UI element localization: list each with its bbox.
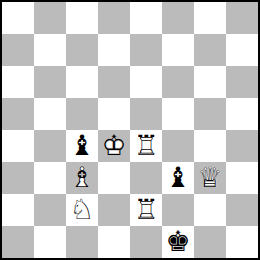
white-queen: ♛♕ xyxy=(194,162,226,194)
square-h2[interactable] xyxy=(226,194,258,226)
white-rook: ♜♖ xyxy=(130,194,162,226)
square-a6[interactable] xyxy=(2,66,34,98)
square-h4[interactable] xyxy=(226,130,258,162)
square-h6[interactable] xyxy=(226,66,258,98)
square-e3[interactable] xyxy=(130,162,162,194)
square-f3[interactable]: ♝ xyxy=(162,162,194,194)
square-c2[interactable]: ♞♘ xyxy=(66,194,98,226)
black-bishop: ♝ xyxy=(162,162,194,194)
square-f2[interactable] xyxy=(162,194,194,226)
square-f6[interactable] xyxy=(162,66,194,98)
square-g3[interactable]: ♛♕ xyxy=(194,162,226,194)
square-a7[interactable] xyxy=(2,34,34,66)
black-king: ♚ xyxy=(162,226,194,258)
square-h8[interactable] xyxy=(226,2,258,34)
square-a1[interactable] xyxy=(2,226,34,258)
knight-outline-glyph: ♘ xyxy=(66,194,98,226)
square-g4[interactable] xyxy=(194,130,226,162)
white-bishop: ♝♗ xyxy=(66,162,98,194)
square-d6[interactable] xyxy=(98,66,130,98)
square-g2[interactable] xyxy=(194,194,226,226)
square-d1[interactable] xyxy=(98,226,130,258)
square-f7[interactable] xyxy=(162,34,194,66)
square-d8[interactable] xyxy=(98,2,130,34)
bishop-outline-glyph: ♗ xyxy=(66,162,98,194)
square-d5[interactable] xyxy=(98,98,130,130)
rook-outline-glyph: ♖ xyxy=(130,194,162,226)
black-bishop: ♝ xyxy=(66,130,98,162)
bishop-glyph: ♝ xyxy=(66,130,98,162)
square-e8[interactable] xyxy=(130,2,162,34)
square-e5[interactable] xyxy=(130,98,162,130)
square-e2[interactable]: ♜♖ xyxy=(130,194,162,226)
square-b8[interactable] xyxy=(34,2,66,34)
square-b6[interactable] xyxy=(34,66,66,98)
square-g7[interactable] xyxy=(194,34,226,66)
square-e7[interactable] xyxy=(130,34,162,66)
square-b7[interactable] xyxy=(34,34,66,66)
square-h7[interactable] xyxy=(226,34,258,66)
square-c7[interactable] xyxy=(66,34,98,66)
square-f5[interactable] xyxy=(162,98,194,130)
white-rook: ♜♖ xyxy=(130,130,162,162)
square-g6[interactable] xyxy=(194,66,226,98)
square-a5[interactable] xyxy=(2,98,34,130)
square-b5[interactable] xyxy=(34,98,66,130)
rook-outline-glyph: ♖ xyxy=(130,130,162,162)
square-e4[interactable]: ♜♖ xyxy=(130,130,162,162)
square-a3[interactable] xyxy=(2,162,34,194)
square-c4[interactable]: ♝ xyxy=(66,130,98,162)
square-h1[interactable] xyxy=(226,226,258,258)
square-d3[interactable] xyxy=(98,162,130,194)
square-f1[interactable]: ♚ xyxy=(162,226,194,258)
square-g5[interactable] xyxy=(194,98,226,130)
square-b4[interactable] xyxy=(34,130,66,162)
square-e6[interactable] xyxy=(130,66,162,98)
square-b1[interactable] xyxy=(34,226,66,258)
square-c5[interactable] xyxy=(66,98,98,130)
square-h5[interactable] xyxy=(226,98,258,130)
square-c8[interactable] xyxy=(66,2,98,34)
square-d4[interactable]: ♚♔ xyxy=(98,130,130,162)
white-knight: ♞♘ xyxy=(66,194,98,226)
king-outline-glyph: ♔ xyxy=(98,130,130,162)
square-g8[interactable] xyxy=(194,2,226,34)
square-d2[interactable] xyxy=(98,194,130,226)
bishop-glyph: ♝ xyxy=(162,162,194,194)
square-c6[interactable] xyxy=(66,66,98,98)
square-f8[interactable] xyxy=(162,2,194,34)
chess-board: ♝♚♔♜♖♝♗♝♛♕♞♘♜♖♚ xyxy=(0,0,260,260)
square-h3[interactable] xyxy=(226,162,258,194)
square-g1[interactable] xyxy=(194,226,226,258)
square-b3[interactable] xyxy=(34,162,66,194)
square-b2[interactable] xyxy=(34,194,66,226)
square-a8[interactable] xyxy=(2,2,34,34)
square-f4[interactable] xyxy=(162,130,194,162)
square-e1[interactable] xyxy=(130,226,162,258)
square-a2[interactable] xyxy=(2,194,34,226)
white-king: ♚♔ xyxy=(98,130,130,162)
square-a4[interactable] xyxy=(2,130,34,162)
king-glyph: ♚ xyxy=(162,226,194,258)
square-c1[interactable] xyxy=(66,226,98,258)
square-d7[interactable] xyxy=(98,34,130,66)
queen-outline-glyph: ♕ xyxy=(194,162,226,194)
square-c3[interactable]: ♝♗ xyxy=(66,162,98,194)
